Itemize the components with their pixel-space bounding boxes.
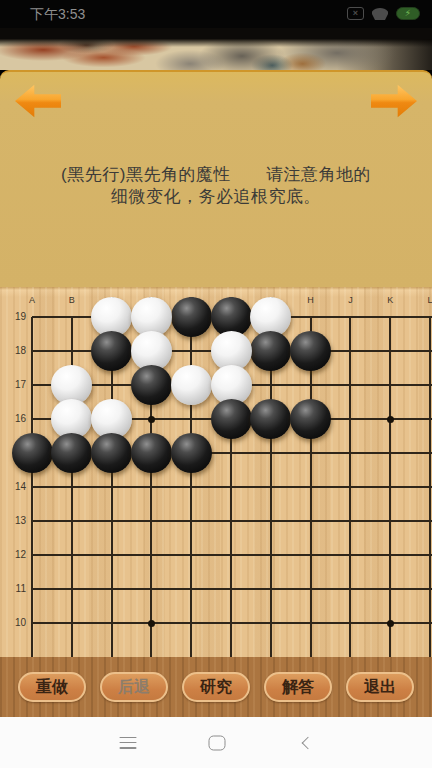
column-label-h: H xyxy=(301,295,321,305)
grid-line-horizontal xyxy=(32,622,432,624)
row-label-19: 19 xyxy=(6,311,26,322)
black-stone-b15[interactable] xyxy=(51,433,92,473)
ink-painting-artwork xyxy=(0,39,432,70)
bottom-toolbar: 重做 后退 研究 解答 退出 xyxy=(0,657,432,717)
black-stone-g18[interactable] xyxy=(250,331,291,371)
row-label-17: 17 xyxy=(6,379,26,390)
black-stone-f16[interactable] xyxy=(211,399,252,439)
right-arrow-icon xyxy=(371,84,417,118)
black-stone-d15[interactable] xyxy=(131,433,172,473)
black-stone-c15[interactable] xyxy=(91,433,132,473)
grid-line-horizontal xyxy=(32,486,432,488)
menu-icon[interactable] xyxy=(120,737,137,749)
left-arrow-icon xyxy=(15,84,61,118)
column-label-j: J xyxy=(340,295,360,305)
black-stone-e19[interactable] xyxy=(171,297,212,337)
redo-button[interactable]: 重做 xyxy=(18,672,86,702)
star-point xyxy=(387,620,394,627)
grid-line-horizontal xyxy=(32,588,432,590)
row-label-16: 16 xyxy=(6,413,26,424)
next-problem-button[interactable] xyxy=(371,84,417,118)
app-screen: 下午3:53 × ⚡ (黑先行)黑先角的魔性 请注意角地的 细微变化，务必追根究… xyxy=(0,0,432,768)
sim-missing-icon: × xyxy=(347,7,364,20)
column-label-l: L xyxy=(420,295,432,305)
grid-line-horizontal xyxy=(32,554,432,556)
black-stone-h18[interactable] xyxy=(290,331,331,371)
back-icon[interactable] xyxy=(302,736,315,749)
column-label-a: A xyxy=(22,295,42,305)
answer-button[interactable]: 解答 xyxy=(264,672,332,702)
black-stone-c18[interactable] xyxy=(91,331,132,371)
row-label-14: 14 xyxy=(6,481,26,492)
row-label-10: 10 xyxy=(6,617,26,628)
instruction-panel: (黑先行)黑先角的魔性 请注意角地的 细微变化，务必追根究底。 xyxy=(0,70,432,287)
black-stone-g16[interactable] xyxy=(250,399,291,439)
android-nav-bar xyxy=(0,717,432,768)
wifi-icon xyxy=(372,8,388,20)
home-icon[interactable] xyxy=(209,735,226,750)
battery-charging-icon: ⚡ xyxy=(396,7,420,20)
problem-title-line: (黑先行)黑先角的魔性 请注意角地的 xyxy=(0,164,432,186)
column-label-k: K xyxy=(380,295,400,305)
star-point xyxy=(387,416,394,423)
study-button[interactable]: 研究 xyxy=(182,672,250,702)
row-label-11: 11 xyxy=(6,583,26,594)
black-stone-h16[interactable] xyxy=(290,399,331,439)
go-board[interactable]: ABCDEFGHJKL19181716151413121110 xyxy=(0,287,432,657)
star-point xyxy=(148,416,155,423)
row-label-18: 18 xyxy=(6,345,26,356)
row-label-12: 12 xyxy=(6,549,26,560)
white-stone-e17[interactable] xyxy=(171,365,212,405)
previous-problem-button[interactable] xyxy=(15,84,61,118)
problem-description: (黑先行)黑先角的魔性 请注意角地的 细微变化，务必追根究底。 xyxy=(0,164,432,208)
status-icons: × ⚡ xyxy=(347,7,420,20)
star-point xyxy=(148,620,155,627)
grid-line-horizontal xyxy=(32,520,432,522)
black-stone-a15[interactable] xyxy=(12,433,53,473)
row-label-13: 13 xyxy=(6,515,26,526)
exit-button[interactable]: 退出 xyxy=(346,672,414,702)
undo-button[interactable]: 后退 xyxy=(100,672,168,702)
clock-text: 下午3:53 xyxy=(30,6,85,24)
banner-image xyxy=(0,28,432,70)
column-label-b: B xyxy=(62,295,82,305)
black-stone-e15[interactable] xyxy=(171,433,212,473)
status-bar: 下午3:53 × ⚡ xyxy=(0,0,432,28)
problem-hint-line: 细微变化，务必追根究底。 xyxy=(0,186,432,208)
black-stone-d17[interactable] xyxy=(131,365,172,405)
